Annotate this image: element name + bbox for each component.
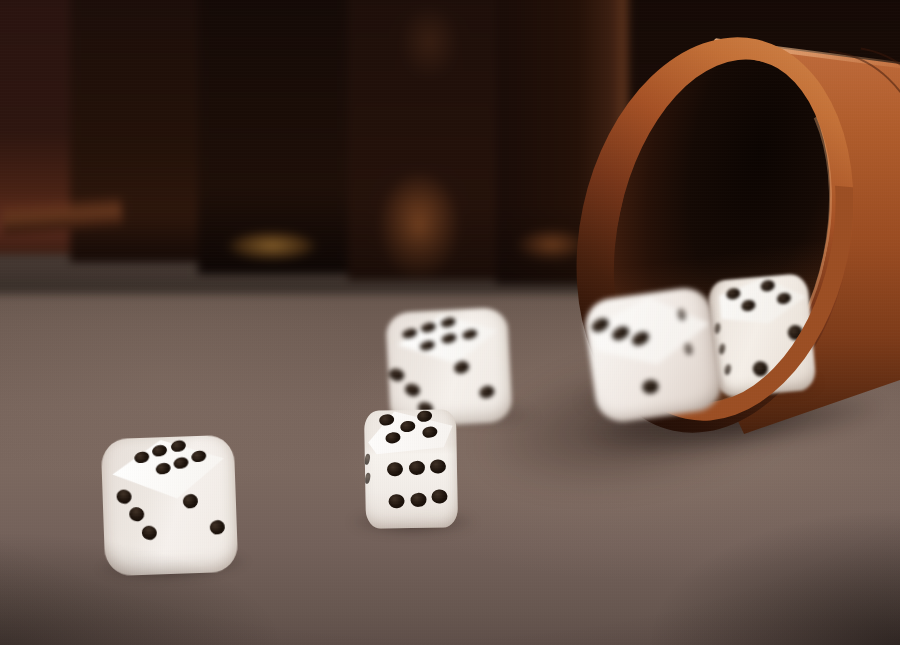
- pip-top: [190, 449, 207, 463]
- pip-edge: [364, 453, 370, 464]
- pip-top: [170, 439, 187, 453]
- dice-photo-scene: [0, 0, 900, 645]
- pip-left: [115, 487, 133, 505]
- pip-right: [478, 384, 495, 399]
- pip-top: [378, 413, 394, 426]
- die-2[interactable]: [364, 409, 458, 529]
- book-spine: [70, 0, 204, 262]
- pip-front: [429, 459, 446, 474]
- pip-top: [440, 316, 457, 329]
- pip-top: [173, 456, 190, 470]
- pip-top: [399, 420, 415, 433]
- book-spine: [348, 0, 502, 280]
- book-spine: [0, 0, 78, 254]
- pip-top: [385, 431, 401, 444]
- pip-right: [182, 492, 200, 509]
- pip-top: [440, 332, 457, 345]
- pip-top: [419, 339, 436, 352]
- die-1[interactable]: [101, 435, 239, 577]
- pip-left: [127, 505, 145, 523]
- pip-front: [410, 492, 427, 507]
- pip-front: [641, 379, 659, 395]
- pip-top: [401, 328, 418, 341]
- book-spine: [198, 0, 353, 274]
- pip-top: [417, 409, 433, 422]
- pip-top: [151, 444, 168, 458]
- pip-top: [422, 426, 438, 439]
- die-4[interactable]: [582, 285, 725, 425]
- pip-left: [140, 523, 158, 541]
- pip-right: [208, 518, 226, 535]
- pip-edge: [676, 308, 686, 322]
- pip-front: [388, 494, 405, 509]
- pip-top: [154, 462, 171, 476]
- pip-top: [461, 328, 478, 341]
- pip-left: [404, 382, 422, 398]
- pip-top: [630, 330, 652, 349]
- pip-front: [408, 460, 425, 475]
- pip-top: [133, 450, 150, 464]
- pip-edge: [683, 342, 693, 356]
- pip-left: [388, 367, 406, 383]
- pip-edge: [365, 472, 372, 483]
- pip-top: [610, 324, 632, 343]
- book-gilt-ornament: [212, 226, 332, 266]
- pip-top: [420, 321, 437, 334]
- pip-front: [431, 489, 448, 504]
- pip-top: [590, 315, 612, 334]
- pip-right: [452, 359, 469, 374]
- pip-front: [386, 462, 403, 477]
